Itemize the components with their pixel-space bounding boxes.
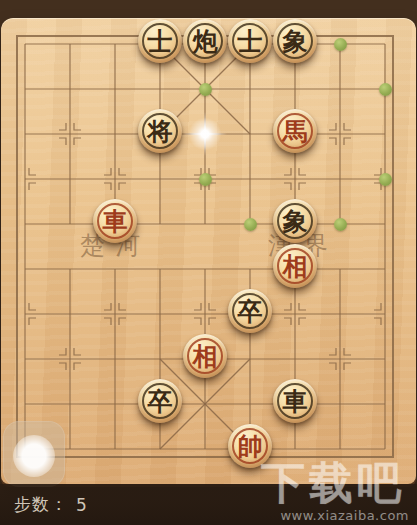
move-hint-dot[interactable]: [244, 218, 257, 231]
piece-character: 卒: [148, 389, 173, 414]
piece-black-soldier-deep[interactable]: 卒: [138, 379, 182, 423]
piece-character: 象: [283, 29, 308, 54]
piece-red-elephant-river[interactable]: 相: [273, 244, 317, 288]
floating-button-glow-icon: [13, 435, 55, 477]
piece-red-elephant-palace[interactable]: 相: [183, 334, 227, 378]
move-hint-dot[interactable]: [199, 173, 212, 186]
status-bar: 步数： 5: [0, 484, 417, 525]
piece-character: 士: [238, 29, 263, 54]
piece-black-general[interactable]: 将: [138, 109, 182, 153]
piece-black-elephant-river[interactable]: 象: [273, 199, 317, 243]
piece-red-chariot[interactable]: 車: [93, 199, 137, 243]
piece-black-chariot[interactable]: 車: [273, 379, 317, 423]
move-count-value: 5: [76, 495, 88, 515]
piece-red-horse[interactable]: 馬: [273, 109, 317, 153]
game-screen: 楚河 漢界 士炮士象将馬車象相卒相卒車帥 步数： 5 下载吧 www.xiaza…: [0, 0, 417, 525]
move-hint-dot[interactable]: [334, 38, 347, 51]
piece-black-advisor-left[interactable]: 士: [138, 19, 182, 63]
move-hint-dot[interactable]: [379, 173, 392, 186]
piece-character: 将: [148, 119, 173, 144]
move-hint-dot[interactable]: [379, 83, 392, 96]
piece-character: 車: [283, 389, 308, 414]
piece-character: 象: [283, 209, 308, 234]
piece-character: 相: [193, 344, 218, 369]
move-count-label: 步数：: [14, 493, 68, 516]
piece-black-cannon[interactable]: 炮: [183, 19, 227, 63]
move-hint-dot[interactable]: [199, 83, 212, 96]
piece-character: 相: [283, 254, 308, 279]
piece-black-soldier-mid[interactable]: 卒: [228, 289, 272, 333]
piece-black-advisor-right[interactable]: 士: [228, 19, 272, 63]
piece-character: 車: [103, 209, 128, 234]
piece-black-elephant-top[interactable]: 象: [273, 19, 317, 63]
piece-character: 炮: [193, 29, 218, 54]
floating-action-button[interactable]: [3, 421, 65, 487]
piece-character: 士: [148, 29, 173, 54]
move-hint-dot[interactable]: [334, 218, 347, 231]
piece-character: 馬: [283, 119, 308, 144]
piece-character: 帥: [238, 434, 263, 459]
piece-character: 卒: [238, 299, 263, 324]
piece-red-general[interactable]: 帥: [228, 424, 272, 468]
